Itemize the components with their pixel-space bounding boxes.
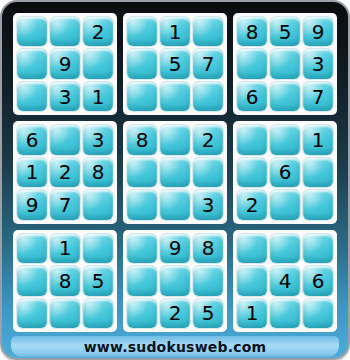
cell-r8c7[interactable]: [237, 266, 267, 295]
box-3-3: 461: [233, 230, 337, 332]
cell-r5c4[interactable]: [127, 158, 157, 187]
box-2-3: 162: [233, 121, 337, 223]
cell-r5c8[interactable]: 6: [270, 158, 300, 187]
cell-r1c1[interactable]: [17, 17, 47, 46]
cell-r5c9[interactable]: [303, 158, 333, 187]
cell-r6c6[interactable]: 3: [193, 190, 223, 219]
box-2-2: 823: [123, 121, 227, 223]
cell-r9c1[interactable]: [17, 299, 47, 328]
cell-r2c8[interactable]: [270, 49, 300, 78]
cell-r3c1[interactable]: [17, 82, 47, 111]
cell-r1c8[interactable]: 5: [270, 17, 300, 46]
cell-r8c4[interactable]: [127, 266, 157, 295]
site-link[interactable]: www.sudokusweb.com: [84, 339, 267, 355]
cell-r3c8[interactable]: [270, 82, 300, 111]
cell-r1c4[interactable]: [127, 17, 157, 46]
cell-r5c1[interactable]: 1: [17, 158, 47, 187]
cell-r8c5[interactable]: [160, 266, 190, 295]
cell-r6c3[interactable]: [83, 190, 113, 219]
cell-r7c2[interactable]: 1: [50, 234, 80, 263]
cell-r9c4[interactable]: [127, 299, 157, 328]
cell-r8c6[interactable]: [193, 266, 223, 295]
cell-r9c7[interactable]: 1: [237, 299, 267, 328]
cell-r5c7[interactable]: [237, 158, 267, 187]
cell-r4c7[interactable]: [237, 125, 267, 154]
cell-r7c5[interactable]: 9: [160, 234, 190, 263]
cell-r9c5[interactable]: 2: [160, 299, 190, 328]
cell-r3c4[interactable]: [127, 82, 157, 111]
cell-r4c1[interactable]: 6: [17, 125, 47, 154]
cell-r3c3[interactable]: 1: [83, 82, 113, 111]
cell-r6c4[interactable]: [127, 190, 157, 219]
cell-r2c9[interactable]: 3: [303, 49, 333, 78]
cell-r9c3[interactable]: [83, 299, 113, 328]
cell-r6c1[interactable]: 9: [17, 190, 47, 219]
cell-r1c7[interactable]: 8: [237, 17, 267, 46]
cell-r8c8[interactable]: 4: [270, 266, 300, 295]
cell-r2c7[interactable]: [237, 49, 267, 78]
cell-r3c9[interactable]: 7: [303, 82, 333, 111]
box-2-1: 6312897: [13, 121, 117, 223]
cell-r1c5[interactable]: 1: [160, 17, 190, 46]
cell-r4c8[interactable]: [270, 125, 300, 154]
cell-r2c1[interactable]: [17, 49, 47, 78]
cell-r4c9[interactable]: 1: [303, 125, 333, 154]
cell-r6c8[interactable]: [270, 190, 300, 219]
cell-r4c6[interactable]: 2: [193, 125, 223, 154]
cell-r9c9[interactable]: [303, 299, 333, 328]
cell-r3c5[interactable]: [160, 82, 190, 111]
cell-r6c7[interactable]: 2: [237, 190, 267, 219]
cell-r6c9[interactable]: [303, 190, 333, 219]
cell-r7c1[interactable]: [17, 234, 47, 263]
cell-r1c2[interactable]: [50, 17, 80, 46]
cell-r5c3[interactable]: 8: [83, 158, 113, 187]
cell-r1c3[interactable]: 2: [83, 17, 113, 46]
cell-r4c2[interactable]: [50, 125, 80, 154]
cell-r9c8[interactable]: [270, 299, 300, 328]
cell-r8c3[interactable]: 5: [83, 266, 113, 295]
cell-r7c8[interactable]: [270, 234, 300, 263]
cell-r4c3[interactable]: 3: [83, 125, 113, 154]
cell-r5c5[interactable]: [160, 158, 190, 187]
cell-r8c1[interactable]: [17, 266, 47, 295]
cell-r3c6[interactable]: [193, 82, 223, 111]
cell-r2c3[interactable]: [83, 49, 113, 78]
cell-r5c2[interactable]: 2: [50, 158, 80, 187]
cell-r7c6[interactable]: 8: [193, 234, 223, 263]
footer-bar: www.sudokusweb.com: [11, 336, 339, 357]
cell-r8c9[interactable]: 6: [303, 266, 333, 295]
cell-r5c6[interactable]: [193, 158, 223, 187]
board-frame: 293115785936763128978231621859825461 www…: [0, 0, 350, 360]
cell-r7c3[interactable]: [83, 234, 113, 263]
cell-r6c5[interactable]: [160, 190, 190, 219]
box-1-3: 859367: [233, 13, 337, 115]
cell-r7c7[interactable]: [237, 234, 267, 263]
cell-r4c4[interactable]: 8: [127, 125, 157, 154]
cell-r9c2[interactable]: [50, 299, 80, 328]
cell-r2c4[interactable]: [127, 49, 157, 78]
cell-r2c5[interactable]: 5: [160, 49, 190, 78]
cell-r7c4[interactable]: [127, 234, 157, 263]
cell-r3c7[interactable]: 6: [237, 82, 267, 111]
cell-r3c2[interactable]: 3: [50, 82, 80, 111]
cell-r7c9[interactable]: [303, 234, 333, 263]
cell-r6c2[interactable]: 7: [50, 190, 80, 219]
cell-r8c2[interactable]: 8: [50, 266, 80, 295]
cell-r2c6[interactable]: 7: [193, 49, 223, 78]
box-3-2: 9825: [123, 230, 227, 332]
cell-r1c9[interactable]: 9: [303, 17, 333, 46]
sudoku-board: 293115785936763128978231621859825461: [13, 13, 337, 332]
cell-r4c5[interactable]: [160, 125, 190, 154]
cell-r2c2[interactable]: 9: [50, 49, 80, 78]
box-1-1: 2931: [13, 13, 117, 115]
cell-r1c6[interactable]: [193, 17, 223, 46]
cell-r9c6[interactable]: 5: [193, 299, 223, 328]
box-1-2: 157: [123, 13, 227, 115]
box-3-1: 185: [13, 230, 117, 332]
